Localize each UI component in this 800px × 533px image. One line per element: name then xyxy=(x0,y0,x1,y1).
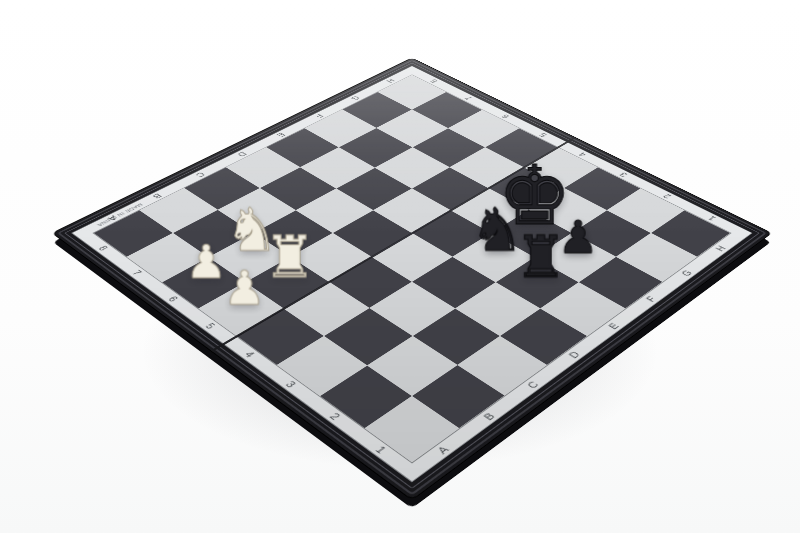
black-rook-glyph: ♜ xyxy=(515,229,567,284)
white-pawn-glyph: ♟ xyxy=(223,266,265,311)
product-photo-scene: MADE IN CHINA AABBCCDDEEFFGGHH1122334455… xyxy=(0,0,800,533)
white-rook-glyph: ♜ xyxy=(264,229,316,284)
white-pawn-glyph: ♟ xyxy=(186,240,227,284)
